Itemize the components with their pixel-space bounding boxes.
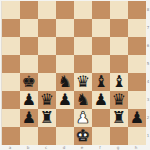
square-f1[interactable] (92, 127, 110, 145)
black-pawn-h2[interactable]: ♟ (128, 109, 146, 127)
square-e6[interactable] (74, 37, 92, 55)
black-king-b4[interactable]: ♚ (20, 73, 38, 91)
file-label-c: c (37, 145, 55, 150)
square-g1[interactable] (110, 127, 128, 145)
rank-label-6: 6 (146, 37, 150, 55)
square-b8[interactable] (20, 1, 38, 19)
square-e3[interactable]: ♞ (74, 91, 92, 109)
square-h6[interactable] (128, 37, 146, 55)
file-label-e: e (73, 145, 91, 150)
square-b3[interactable]: ♟ (20, 91, 38, 109)
square-c5[interactable] (38, 55, 56, 73)
square-b4[interactable]: ♚ (20, 73, 38, 91)
chess-widget: ♚♞♛♝♝♟♛♟♞♟♛♟♜♟♜♟♚ abcdefgh 87654321 (0, 0, 150, 150)
square-g7[interactable] (110, 19, 128, 37)
square-h5[interactable] (128, 55, 146, 73)
square-b5[interactable] (20, 55, 38, 73)
square-a5[interactable] (2, 55, 20, 73)
rank-label-8: 8 (146, 1, 150, 19)
chess-board: ♚♞♛♝♝♟♛♟♞♟♛♟♜♟♜♟♚ (1, 1, 146, 145)
black-rook-g2[interactable]: ♜ (110, 109, 128, 127)
square-e1[interactable]: ♚ (74, 127, 92, 145)
black-queen-e4[interactable]: ♛ (74, 73, 92, 91)
square-c3[interactable]: ♛ (38, 91, 56, 109)
square-e4[interactable]: ♛ (74, 73, 92, 91)
square-d5[interactable] (56, 55, 74, 73)
file-label-b: b (19, 145, 37, 150)
square-g2[interactable]: ♜ (110, 109, 128, 127)
square-f7[interactable] (92, 19, 110, 37)
square-a6[interactable] (2, 37, 20, 55)
square-h3[interactable] (128, 91, 146, 109)
file-label-h: h (127, 145, 145, 150)
square-b6[interactable] (20, 37, 38, 55)
square-a1[interactable] (2, 127, 20, 145)
black-pawn-b2[interactable]: ♟ (20, 109, 38, 127)
square-e2[interactable]: ♟ (74, 109, 92, 127)
square-a7[interactable] (2, 19, 20, 37)
square-b2[interactable]: ♟ (20, 109, 38, 127)
square-d8[interactable] (56, 1, 74, 19)
black-bishop-g4[interactable]: ♝ (110, 73, 128, 91)
file-labels: abcdefgh (1, 145, 145, 150)
rank-label-2: 2 (146, 109, 150, 127)
square-c8[interactable] (38, 1, 56, 19)
square-g4[interactable]: ♝ (110, 73, 128, 91)
square-a2[interactable] (2, 109, 20, 127)
black-pawn-b3[interactable]: ♟ (20, 91, 38, 109)
white-pawn-e2[interactable]: ♟ (74, 109, 92, 127)
square-h4[interactable] (128, 73, 146, 91)
black-knight-e3[interactable]: ♞ (74, 91, 92, 109)
file-label-f: f (91, 145, 109, 150)
square-e7[interactable] (74, 19, 92, 37)
square-b1[interactable] (20, 127, 38, 145)
square-d4[interactable]: ♞ (56, 73, 74, 91)
square-f5[interactable] (92, 55, 110, 73)
square-h8[interactable] (128, 1, 146, 19)
black-pawn-d3[interactable]: ♟ (56, 91, 74, 109)
square-f2[interactable] (92, 109, 110, 127)
square-d2[interactable] (56, 109, 74, 127)
black-bishop-f4[interactable]: ♝ (92, 73, 110, 91)
rank-labels: 87654321 (146, 1, 150, 145)
black-queen-c3[interactable]: ♛ (38, 91, 56, 109)
file-label-a: a (1, 145, 19, 150)
square-c2[interactable]: ♜ (38, 109, 56, 127)
square-c4[interactable] (38, 73, 56, 91)
square-c1[interactable] (38, 127, 56, 145)
square-f3[interactable]: ♟ (92, 91, 110, 109)
file-label-g: g (109, 145, 127, 150)
rank-label-5: 5 (146, 55, 150, 73)
rank-label-3: 3 (146, 91, 150, 109)
rank-label-7: 7 (146, 19, 150, 37)
square-g8[interactable] (110, 1, 128, 19)
black-pawn-f3[interactable]: ♟ (92, 91, 110, 109)
white-king-e1[interactable]: ♚ (74, 127, 92, 145)
square-d7[interactable] (56, 19, 74, 37)
rank-label-1: 1 (146, 127, 150, 145)
square-a4[interactable] (2, 73, 20, 91)
square-a8[interactable] (2, 1, 20, 19)
rank-label-4: 4 (146, 73, 150, 91)
black-queen-g3[interactable]: ♛ (110, 91, 128, 109)
black-rook-c2[interactable]: ♜ (38, 109, 56, 127)
square-e8[interactable] (74, 1, 92, 19)
square-h2[interactable]: ♟ (128, 109, 146, 127)
black-knight-d4[interactable]: ♞ (56, 73, 74, 91)
square-h7[interactable] (128, 19, 146, 37)
square-g3[interactable]: ♛ (110, 91, 128, 109)
square-a3[interactable] (2, 91, 20, 109)
square-f4[interactable]: ♝ (92, 73, 110, 91)
square-c7[interactable] (38, 19, 56, 37)
square-b7[interactable] (20, 19, 38, 37)
square-g5[interactable] (110, 55, 128, 73)
file-label-d: d (55, 145, 73, 150)
square-e5[interactable] (74, 55, 92, 73)
square-f6[interactable] (92, 37, 110, 55)
square-h1[interactable] (128, 127, 146, 145)
square-d1[interactable] (56, 127, 74, 145)
square-d3[interactable]: ♟ (56, 91, 74, 109)
square-g6[interactable] (110, 37, 128, 55)
square-d6[interactable] (56, 37, 74, 55)
square-c6[interactable] (38, 37, 56, 55)
square-f8[interactable] (92, 1, 110, 19)
